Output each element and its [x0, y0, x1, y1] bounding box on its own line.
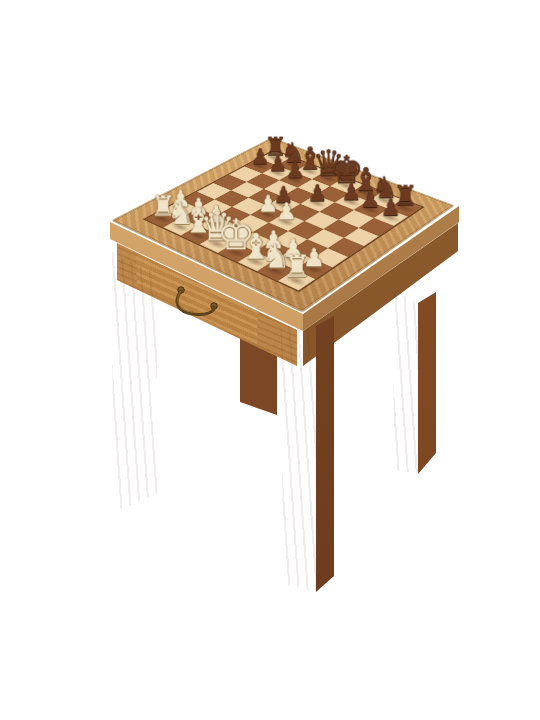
white-rook: ♜ — [283, 251, 311, 282]
square-h1: ♜ — [278, 269, 316, 290]
square-g6 — [339, 210, 374, 228]
white-pawn: ♟ — [257, 193, 278, 216]
photo-canvas: ♜♞♝♛♚♝♞♜♟♟♟♟♟♟♟♟♟♟♟♟♟♟♟♟♜♞♝♛♚♝♞♜ — [0, 0, 540, 720]
white-pawn: ♟ — [276, 200, 297, 223]
black-pawn: ♟ — [307, 182, 327, 205]
black-pawn: ♟ — [286, 160, 306, 182]
table-leg-back — [0, 0, 540, 720]
black-pawn: ♟ — [361, 188, 382, 211]
black-pawn: ♟ — [341, 181, 361, 204]
black-pawn: ♟ — [380, 196, 401, 219]
